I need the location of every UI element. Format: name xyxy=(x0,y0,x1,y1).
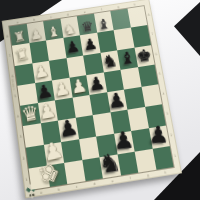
white-pawn-c5: ♟ xyxy=(52,79,71,100)
square-h7 xyxy=(130,25,150,47)
white-bishop-c8: ♝ xyxy=(46,24,61,40)
square-h6: ♚ xyxy=(134,45,155,67)
square-h2: ♟ xyxy=(148,125,169,149)
black-bishop-g6: ♝ xyxy=(119,50,135,68)
white-rook-a8: ♜ xyxy=(12,29,27,45)
black-king-h6: ♚ xyxy=(136,48,152,65)
photo-of-chess-board: ♜♟♝♞♛♝♜♟♟♟♞♝♚♟♟♟♟♛♟♟♟♟♟♟♚♞ abcdefgh abcd… xyxy=(0,0,200,200)
black-knight-f6: ♞ xyxy=(102,53,119,71)
square-h1 xyxy=(152,146,173,170)
square-h5 xyxy=(137,64,158,87)
black-bishop-f8: ♝ xyxy=(97,17,111,32)
white-pawn-b8: ♟ xyxy=(29,26,44,42)
black-pawn-e5: ♟ xyxy=(87,74,106,94)
square-h3 xyxy=(145,105,166,128)
white-pawn-b6: ♟ xyxy=(33,63,51,82)
square-h4 xyxy=(141,84,162,107)
dark-table-edge-right xyxy=(174,2,200,56)
white-pawn-d5: ♟ xyxy=(70,76,89,96)
chess-board: ♜♟♝♞♛♝♜♟♟♟♞♝♚♟♟♟♟♛♟♟♟♟♟♟♚♞ abcdefgh abcd… xyxy=(2,0,182,198)
black-pawn-d7: ♟ xyxy=(65,39,81,56)
board-grid: ♜♟♝♞♛♝♜♟♟♟♞♝♚♟♟♟♟♛♟♟♟♟♟♟♚♞ xyxy=(9,6,173,190)
black-pawn-h2: ♟ xyxy=(148,123,169,146)
black-pawn-e7: ♟ xyxy=(82,37,98,54)
white-rook-a7: ♜ xyxy=(14,47,31,65)
white-knight-d8: ♞ xyxy=(63,22,77,37)
board-border: ♜♟♝♞♛♝♜♟♟♟♞♝♚♟♟♟♟♛♟♟♟♟♟♟♚♞ abcdefgh abcd… xyxy=(2,0,182,198)
black-queen-e8: ♛ xyxy=(80,19,94,34)
